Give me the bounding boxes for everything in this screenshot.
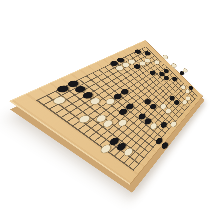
product-photo-background: ●●●●●●●●●●●●●●●●●●●●●●●●●●●●●●●●●●●●●●●●… [0, 0, 220, 220]
board-grid: ●●●●●●●●●●●●●●●●●●●●●●●●●●●●●●●●●●●●●●●●… [28, 44, 199, 175]
go-board: ●●●●●●●●●●●●●●●●●●●●●●●●●●●●●●●●●●●●●●●●… [9, 40, 203, 185]
